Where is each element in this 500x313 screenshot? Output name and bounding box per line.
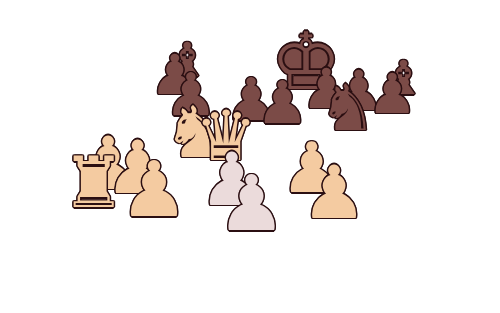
piece-black-pawn-e6[interactable]: ♟ [256,74,309,133]
piece-white-pawn-c1[interactable]: ♟ [120,152,189,229]
piece-white-pawn-h2[interactable]: ♟ [301,156,367,229]
piece-white-pawn-f1[interactable]: ♟ [217,166,286,243]
piece-white-rook-a1[interactable]: ♜ [62,148,126,219]
chess-illustration: ♝♚♝♟♟♟♟♟♟♟♞♞♛♟♟♟♟♟♜♟♟ [0,0,500,313]
pieces-layer: ♝♚♝♟♟♟♟♟♟♟♞♞♛♟♟♟♟♟♜♟♟ [0,0,500,313]
